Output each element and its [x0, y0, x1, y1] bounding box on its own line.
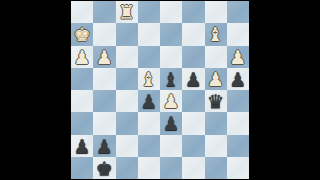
- square-d8[interactable]: [138, 1, 160, 23]
- square-d2[interactable]: [138, 135, 160, 157]
- letterbox-right: [249, 0, 320, 180]
- square-f2[interactable]: [182, 135, 204, 157]
- piece-white-pawn[interactable]: ♟: [163, 90, 180, 112]
- square-a1[interactable]: [71, 157, 93, 179]
- square-f7[interactable]: [182, 23, 204, 45]
- piece-white-bishop[interactable]: ♝: [140, 68, 157, 90]
- square-f6[interactable]: [182, 46, 204, 68]
- piece-black-pawn[interactable]: ♟: [185, 68, 202, 90]
- piece-white-pawn[interactable]: ♟: [229, 46, 246, 68]
- square-a2[interactable]: ♟: [71, 135, 93, 157]
- square-e2[interactable]: [160, 135, 182, 157]
- square-f3[interactable]: [182, 112, 204, 134]
- piece-black-king[interactable]: ♚: [96, 157, 113, 179]
- square-c1[interactable]: [116, 157, 138, 179]
- square-c3[interactable]: [116, 112, 138, 134]
- letterbox-left: [0, 0, 71, 180]
- square-a6[interactable]: ♟: [71, 46, 93, 68]
- square-b5[interactable]: [93, 68, 115, 90]
- square-h6[interactable]: ♟: [227, 46, 249, 68]
- square-h7[interactable]: [227, 23, 249, 45]
- square-g4[interactable]: ♛: [205, 90, 227, 112]
- square-c5[interactable]: [116, 68, 138, 90]
- square-a5[interactable]: [71, 68, 93, 90]
- square-b6[interactable]: ♟: [93, 46, 115, 68]
- piece-black-pawn[interactable]: ♟: [163, 112, 180, 134]
- square-h8[interactable]: [227, 1, 249, 23]
- square-f4[interactable]: [182, 90, 204, 112]
- piece-black-pawn[interactable]: ♟: [229, 68, 246, 90]
- square-d6[interactable]: [138, 46, 160, 68]
- square-h3[interactable]: [227, 112, 249, 134]
- square-e8[interactable]: [160, 1, 182, 23]
- square-c6[interactable]: [116, 46, 138, 68]
- chess-board: ♜♚♝♟♟♟♝♝♟♟♟♟♟♛♟♟♟♚: [71, 1, 249, 179]
- piece-black-bishop[interactable]: ♝: [163, 68, 180, 90]
- piece-black-pawn[interactable]: ♟: [74, 135, 91, 157]
- piece-white-bishop[interactable]: ♝: [207, 23, 224, 45]
- square-g8[interactable]: [205, 1, 227, 23]
- square-h2[interactable]: [227, 135, 249, 157]
- square-d7[interactable]: [138, 23, 160, 45]
- square-e7[interactable]: [160, 23, 182, 45]
- square-d3[interactable]: [138, 112, 160, 134]
- square-b7[interactable]: [93, 23, 115, 45]
- square-f8[interactable]: [182, 1, 204, 23]
- square-b4[interactable]: [93, 90, 115, 112]
- piece-black-pawn[interactable]: ♟: [140, 90, 157, 112]
- piece-white-pawn[interactable]: ♟: [96, 46, 113, 68]
- square-d1[interactable]: [138, 157, 160, 179]
- square-g6[interactable]: [205, 46, 227, 68]
- square-h5[interactable]: ♟: [227, 68, 249, 90]
- square-e5[interactable]: ♝: [160, 68, 182, 90]
- board-bottom-edge: [71, 179, 249, 180]
- piece-white-pawn[interactable]: ♟: [207, 68, 224, 90]
- square-c8[interactable]: ♜: [116, 1, 138, 23]
- board-top-edge: [71, 0, 249, 1]
- piece-white-pawn[interactable]: ♟: [74, 46, 91, 68]
- square-g3[interactable]: [205, 112, 227, 134]
- square-b1[interactable]: ♚: [93, 157, 115, 179]
- square-h1[interactable]: [227, 157, 249, 179]
- square-d5[interactable]: ♝: [138, 68, 160, 90]
- square-b8[interactable]: [93, 1, 115, 23]
- square-a7[interactable]: ♚: [71, 23, 93, 45]
- square-d4[interactable]: ♟: [138, 90, 160, 112]
- square-f5[interactable]: ♟: [182, 68, 204, 90]
- square-b3[interactable]: [93, 112, 115, 134]
- square-c4[interactable]: [116, 90, 138, 112]
- screenshot-root: ♜♚♝♟♟♟♝♝♟♟♟♟♟♛♟♟♟♚: [0, 0, 320, 180]
- square-g1[interactable]: [205, 157, 227, 179]
- square-c2[interactable]: [116, 135, 138, 157]
- square-b2[interactable]: ♟: [93, 135, 115, 157]
- square-g2[interactable]: [205, 135, 227, 157]
- square-a8[interactable]: [71, 1, 93, 23]
- square-g5[interactable]: ♟: [205, 68, 227, 90]
- square-f1[interactable]: [182, 157, 204, 179]
- piece-black-pawn[interactable]: ♟: [96, 135, 113, 157]
- square-c7[interactable]: [116, 23, 138, 45]
- piece-white-king[interactable]: ♚: [74, 23, 91, 45]
- square-e6[interactable]: [160, 46, 182, 68]
- square-a4[interactable]: [71, 90, 93, 112]
- square-e1[interactable]: [160, 157, 182, 179]
- square-e3[interactable]: ♟: [160, 112, 182, 134]
- square-h4[interactable]: [227, 90, 249, 112]
- square-g7[interactable]: ♝: [205, 23, 227, 45]
- piece-black-queen[interactable]: ♛: [207, 90, 224, 112]
- square-a3[interactable]: [71, 112, 93, 134]
- square-e4[interactable]: ♟: [160, 90, 182, 112]
- piece-white-rook[interactable]: ♜: [118, 1, 135, 23]
